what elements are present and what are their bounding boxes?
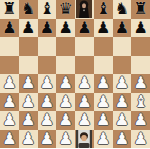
square-c7[interactable]: ♟ [38, 19, 57, 38]
square-e4[interactable]: ♟ [75, 74, 94, 93]
square-c3[interactable]: ♟ [38, 93, 57, 112]
white-pawn: ♟ [115, 130, 129, 146]
square-g5[interactable] [113, 56, 132, 75]
white-pawn: ♟ [2, 75, 16, 91]
white-pawn: ♟ [2, 130, 16, 146]
white-pawn: ♟ [40, 112, 54, 128]
square-c2[interactable]: ♟ [38, 111, 57, 130]
white-pawn: ♟ [133, 75, 147, 91]
black-king-avatar [76, 0, 92, 18]
white-pawn: ♟ [58, 93, 72, 109]
white-pawn: ♟ [58, 112, 72, 128]
square-f2[interactable]: ♟ [94, 111, 113, 130]
chess-board: ♜♞♝♛♝♞♜♟♟♟♟♟♟♟♟♟♟♟♟♟♟♟♟♟♟♟♟♟♟♟♝♟♟♟♟♟♟♟♟♟… [0, 0, 150, 148]
square-f6[interactable] [94, 37, 113, 56]
square-d8[interactable]: ♛ [56, 0, 75, 19]
black-pawn: ♟ [133, 19, 147, 35]
square-d7[interactable]: ♟ [56, 19, 75, 38]
black-pawn: ♟ [77, 19, 91, 35]
square-a2[interactable]: ♟ [0, 111, 19, 130]
square-a1[interactable]: ♟ [0, 130, 19, 149]
square-b6[interactable] [19, 37, 38, 56]
white-pawn: ♟ [40, 130, 54, 146]
square-h5[interactable] [131, 56, 150, 75]
square-g6[interactable] [113, 37, 132, 56]
square-g4[interactable]: ♟ [113, 74, 132, 93]
square-e5[interactable] [75, 56, 94, 75]
black-queen: ♛ [58, 1, 72, 17]
black-rook: ♜ [2, 1, 16, 17]
square-a6[interactable] [0, 37, 19, 56]
black-pawn: ♟ [40, 19, 54, 35]
square-c5[interactable] [38, 56, 57, 75]
square-b7[interactable]: ♟ [19, 19, 38, 38]
square-a8[interactable]: ♜ [0, 0, 19, 19]
white-pawn: ♟ [133, 130, 147, 146]
square-b8[interactable]: ♞ [19, 0, 38, 19]
square-f5[interactable] [94, 56, 113, 75]
black-bishop: ♝ [40, 1, 54, 17]
square-d3[interactable]: ♟ [56, 93, 75, 112]
square-c8[interactable]: ♝ [38, 0, 57, 19]
square-e2[interactable]: ♟ [75, 111, 94, 130]
square-b3[interactable]: ♟ [19, 93, 38, 112]
white-pawn: ♟ [96, 75, 110, 91]
white-pawn: ♟ [77, 93, 91, 109]
black-pawn: ♟ [21, 19, 35, 35]
square-b4[interactable]: ♟ [19, 74, 38, 93]
white-pawn: ♟ [21, 112, 35, 128]
white-pawn: ♟ [96, 130, 110, 146]
white-pawn: ♟ [2, 112, 16, 128]
black-pawn: ♟ [58, 19, 72, 35]
black-knight: ♞ [115, 1, 129, 17]
white-pawn: ♟ [77, 75, 91, 91]
white-pawn: ♟ [58, 130, 72, 146]
square-f1[interactable]: ♟ [94, 130, 113, 149]
square-f8[interactable]: ♝ [94, 0, 113, 19]
white-pawn: ♟ [115, 112, 129, 128]
square-d2[interactable]: ♟ [56, 111, 75, 130]
black-pawn: ♟ [115, 19, 129, 35]
square-h7[interactable]: ♟ [131, 19, 150, 38]
white-pawn: ♟ [21, 130, 35, 146]
square-g8[interactable]: ♞ [113, 0, 132, 19]
square-g2[interactable]: ♟ [113, 111, 132, 130]
white-pawn: ♟ [2, 93, 16, 109]
square-f7[interactable]: ♟ [94, 19, 113, 38]
square-d4[interactable]: ♟ [56, 74, 75, 93]
square-b2[interactable]: ♟ [19, 111, 38, 130]
square-h8[interactable]: ♜ [131, 0, 150, 19]
square-h2[interactable]: ♟ [131, 111, 150, 130]
square-f4[interactable]: ♟ [94, 74, 113, 93]
square-h3[interactable]: ♝ [131, 93, 150, 112]
square-e8[interactable] [75, 0, 94, 19]
square-c4[interactable]: ♟ [38, 74, 57, 93]
square-e1[interactable] [75, 130, 94, 149]
white-pawn: ♟ [115, 75, 129, 91]
white-pawn: ♟ [133, 112, 147, 128]
square-g7[interactable]: ♟ [113, 19, 132, 38]
square-b1[interactable]: ♟ [19, 130, 38, 149]
square-c6[interactable] [38, 37, 57, 56]
white-bishop: ♝ [133, 93, 147, 109]
chessboard-screenshot: ♜♞♝♛♝♞♜♟♟♟♟♟♟♟♟♟♟♟♟♟♟♟♟♟♟♟♟♟♟♟♝♟♟♟♟♟♟♟♟♟… [0, 0, 150, 148]
square-h1[interactable]: ♟ [131, 130, 150, 149]
square-a3[interactable]: ♟ [0, 93, 19, 112]
square-d6[interactable] [56, 37, 75, 56]
square-a5[interactable] [0, 56, 19, 75]
white-pawn: ♟ [58, 75, 72, 91]
white-pawn: ♟ [21, 75, 35, 91]
black-knight: ♞ [21, 1, 35, 17]
square-c1[interactable]: ♟ [38, 130, 57, 149]
square-h6[interactable] [131, 37, 150, 56]
square-b5[interactable] [19, 56, 38, 75]
black-rook: ♜ [133, 1, 147, 17]
square-f3[interactable]: ♟ [94, 93, 113, 112]
square-e3[interactable]: ♟ [75, 93, 94, 112]
white-pawn: ♟ [40, 75, 54, 91]
square-d1[interactable]: ♟ [56, 130, 75, 149]
square-g1[interactable]: ♟ [113, 130, 132, 149]
square-e7[interactable]: ♟ [75, 19, 94, 38]
square-h4[interactable]: ♟ [131, 74, 150, 93]
square-g3[interactable]: ♟ [113, 93, 132, 112]
square-a7[interactable]: ♟ [0, 19, 19, 38]
white-pawn: ♟ [21, 93, 35, 109]
black-pawn: ♟ [2, 19, 16, 35]
black-bishop: ♝ [96, 1, 110, 17]
white-pawn: ♟ [40, 93, 54, 109]
white-pawn: ♟ [96, 93, 110, 109]
white-king-avatar [76, 130, 92, 148]
white-pawn: ♟ [115, 93, 129, 109]
square-a4[interactable]: ♟ [0, 74, 19, 93]
white-pawn: ♟ [96, 112, 110, 128]
square-e6[interactable] [75, 37, 94, 56]
square-d5[interactable] [56, 56, 75, 75]
white-pawn: ♟ [77, 112, 91, 128]
black-pawn: ♟ [96, 19, 110, 35]
